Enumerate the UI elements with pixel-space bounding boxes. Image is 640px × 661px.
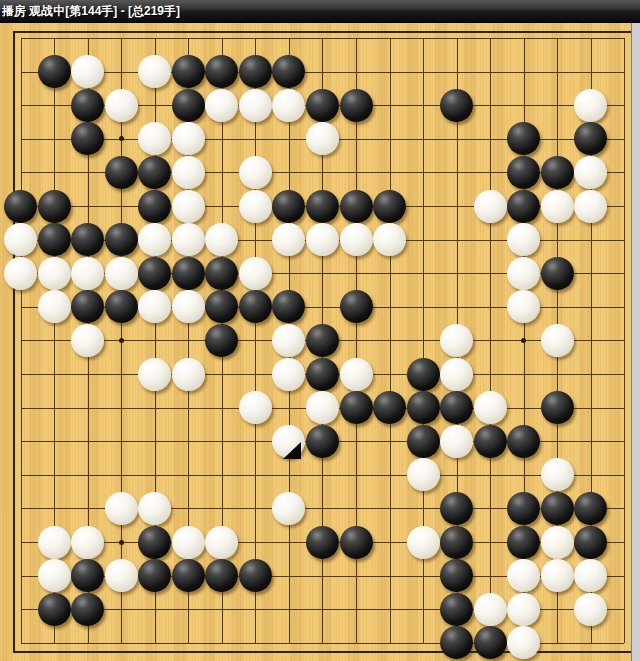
stone-white <box>105 257 138 290</box>
stone-white <box>474 391 507 424</box>
stone-black <box>541 156 574 189</box>
stone-white <box>507 593 540 626</box>
stone-black <box>172 559 205 592</box>
stone-black <box>138 190 171 223</box>
stone-black <box>205 324 238 357</box>
stone-white <box>340 223 373 256</box>
stone-white <box>172 290 205 323</box>
stone-white <box>172 190 205 223</box>
stone-white <box>574 156 607 189</box>
stone-black <box>474 626 507 659</box>
stone-white <box>306 391 339 424</box>
stone-black <box>138 156 171 189</box>
window-title: 播房 观战中[第144手] - [总219手] <box>2 3 180 20</box>
stone-black <box>541 391 574 424</box>
stone-black <box>105 223 138 256</box>
stone-black <box>172 55 205 88</box>
stone-black <box>71 89 104 122</box>
stone-white <box>138 358 171 391</box>
stone-white <box>306 122 339 155</box>
stone-white <box>541 526 574 559</box>
stone-black <box>574 492 607 525</box>
stone-black <box>440 559 473 592</box>
stone-white <box>574 190 607 223</box>
window-edge-strip <box>631 22 640 661</box>
stone-black <box>4 190 37 223</box>
stone-black <box>306 89 339 122</box>
stone-black <box>507 526 540 559</box>
stone-black <box>340 190 373 223</box>
stone-white <box>507 626 540 659</box>
stone-black <box>407 425 440 458</box>
stone-white <box>71 324 104 357</box>
grid-line-vertical <box>624 38 625 643</box>
window-titlebar: 播房 观战中[第144手] - [总219手] <box>0 0 640 23</box>
grid-line-vertical <box>490 38 491 643</box>
stone-white <box>172 358 205 391</box>
last-move-marker <box>283 442 301 459</box>
stone-black <box>306 190 339 223</box>
stone-white <box>172 223 205 256</box>
stone-white <box>4 257 37 290</box>
stone-white <box>105 559 138 592</box>
stone-white <box>205 526 238 559</box>
stone-black <box>507 492 540 525</box>
stone-white <box>407 458 440 491</box>
stone-black <box>440 593 473 626</box>
stone-white <box>239 190 272 223</box>
stone-black <box>440 492 473 525</box>
stone-black <box>306 324 339 357</box>
stone-black <box>205 257 238 290</box>
stone-black <box>340 526 373 559</box>
stone-white <box>272 358 305 391</box>
stone-white <box>105 89 138 122</box>
stone-black <box>507 156 540 189</box>
stone-white <box>541 559 574 592</box>
stone-white <box>172 156 205 189</box>
stone-white <box>574 593 607 626</box>
stone-black <box>440 626 473 659</box>
stone-black <box>306 425 339 458</box>
stone-white <box>373 223 406 256</box>
stone-black <box>38 593 71 626</box>
stone-black <box>71 223 104 256</box>
stone-black <box>373 391 406 424</box>
stone-white <box>38 526 71 559</box>
stone-white <box>71 55 104 88</box>
stone-white <box>440 324 473 357</box>
stone-white <box>541 324 574 357</box>
stone-white <box>306 223 339 256</box>
stone-black <box>474 425 507 458</box>
stone-black <box>306 358 339 391</box>
stone-white <box>172 526 205 559</box>
stone-white <box>239 89 272 122</box>
stone-black <box>239 290 272 323</box>
stone-white <box>105 492 138 525</box>
stone-white <box>239 391 272 424</box>
stone-white <box>507 257 540 290</box>
stone-black <box>71 593 104 626</box>
stone-black <box>172 89 205 122</box>
stone-white <box>474 593 507 626</box>
stone-black <box>340 290 373 323</box>
star-point <box>119 540 124 545</box>
stone-black <box>138 257 171 290</box>
stone-white <box>440 425 473 458</box>
stone-white <box>340 358 373 391</box>
stone-white <box>172 122 205 155</box>
grid-line-horizontal <box>21 475 625 476</box>
stone-black <box>340 391 373 424</box>
stone-black <box>138 526 171 559</box>
stone-white <box>38 290 71 323</box>
stone-black <box>407 358 440 391</box>
stone-black <box>38 55 71 88</box>
stone-white <box>38 559 71 592</box>
stone-white <box>541 190 574 223</box>
star-point <box>119 338 124 343</box>
stone-black <box>507 425 540 458</box>
stone-white <box>138 492 171 525</box>
stone-black <box>440 89 473 122</box>
stone-black <box>574 526 607 559</box>
stone-black <box>239 55 272 88</box>
stone-black <box>105 156 138 189</box>
stone-black <box>440 526 473 559</box>
stone-black <box>407 391 440 424</box>
grid-line-vertical <box>390 38 391 643</box>
stone-white <box>239 257 272 290</box>
stone-white <box>440 358 473 391</box>
stone-black <box>541 257 574 290</box>
stone-white <box>4 223 37 256</box>
stone-black <box>440 391 473 424</box>
stone-black <box>272 190 305 223</box>
stone-white <box>239 156 272 189</box>
stone-white <box>541 458 574 491</box>
stone-black <box>373 190 406 223</box>
stone-white <box>71 257 104 290</box>
stone-black <box>71 559 104 592</box>
stone-black <box>306 526 339 559</box>
stone-black <box>38 190 71 223</box>
stone-black <box>172 257 205 290</box>
stone-white <box>474 190 507 223</box>
go-board[interactable] <box>0 22 640 661</box>
stone-black <box>340 89 373 122</box>
star-point <box>119 136 124 141</box>
stone-black <box>507 190 540 223</box>
stone-white <box>574 89 607 122</box>
stone-white <box>272 89 305 122</box>
stone-black <box>541 492 574 525</box>
stone-white <box>38 257 71 290</box>
stone-black <box>105 290 138 323</box>
stone-white <box>205 89 238 122</box>
stone-white <box>407 526 440 559</box>
stone-white <box>71 526 104 559</box>
stone-black <box>239 559 272 592</box>
stone-black <box>38 223 71 256</box>
